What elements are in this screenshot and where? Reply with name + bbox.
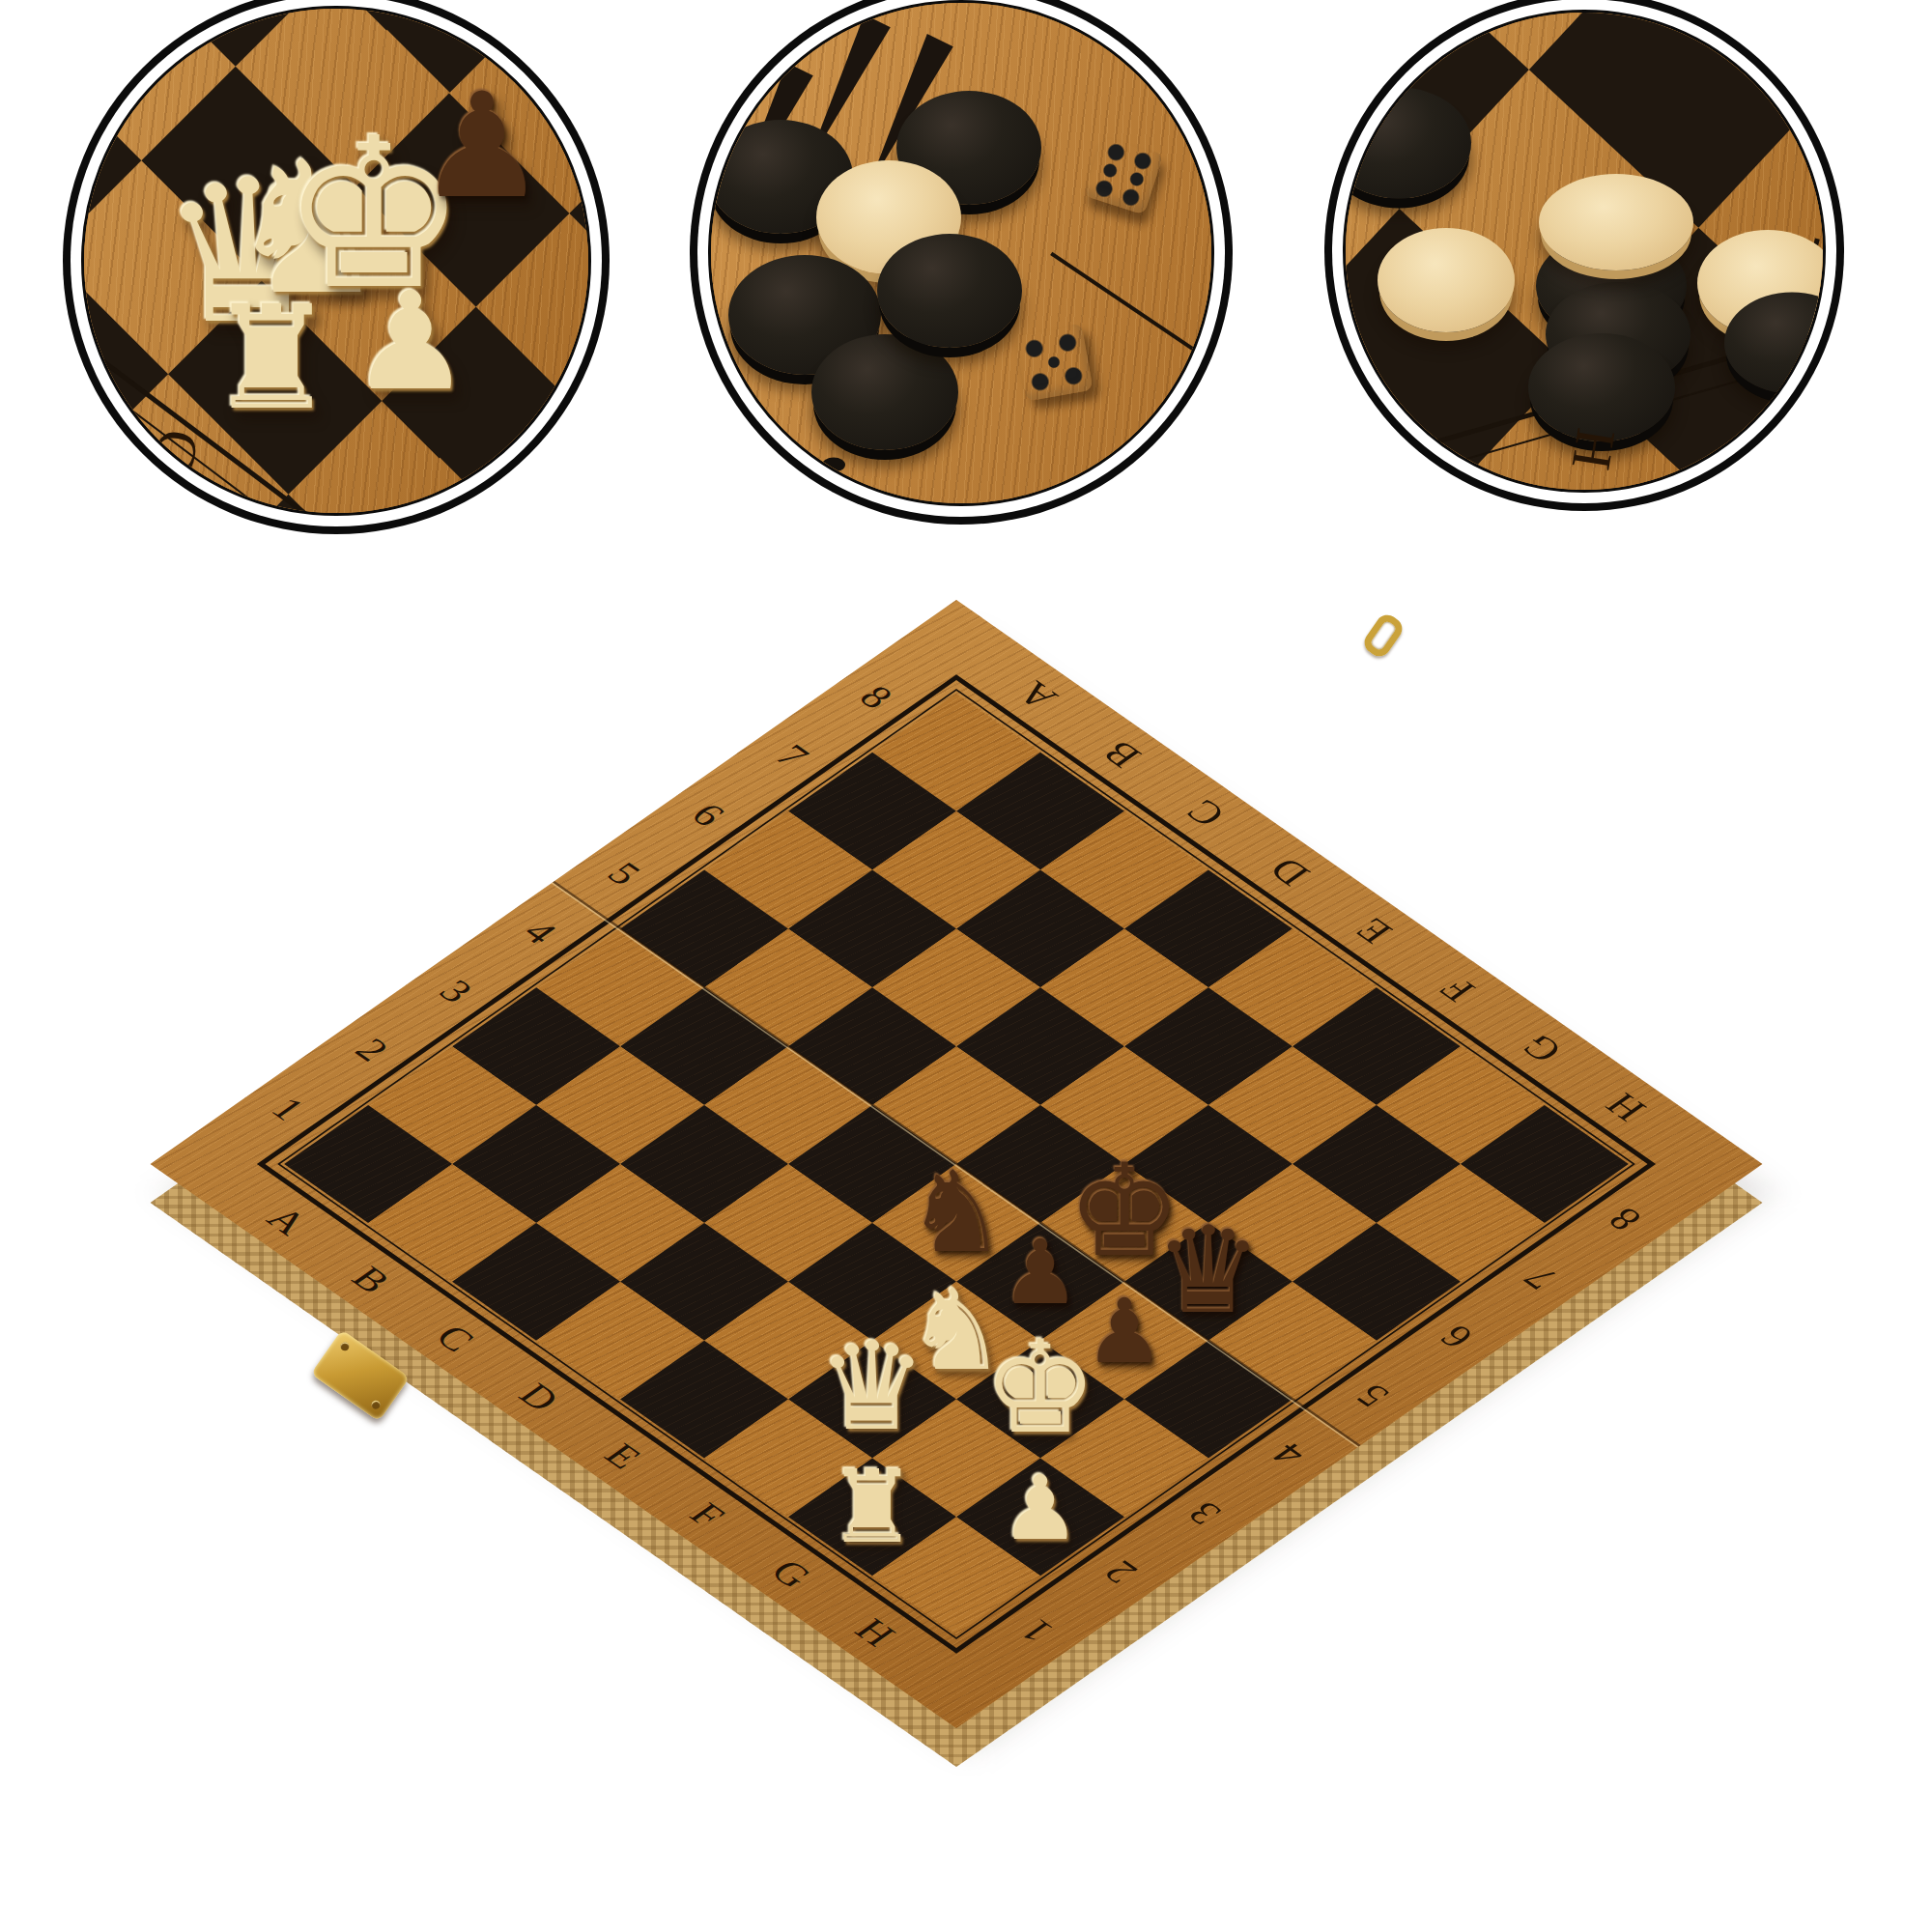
chessboard: ABCDEFGH ABCDEFGH 87654321 87654321 ♚♛♞♟… (151, 600, 1763, 1728)
inset-checkers-closeup: H (1343, 10, 1826, 493)
checker-disc-black (1343, 88, 1471, 199)
board-grid: ♚♛♞♟♟♞♚♛♟♜ (284, 694, 1629, 1634)
dark-chess-piece-closeup: ♟ (417, 73, 547, 218)
latch-hole (822, 458, 845, 472)
dark-pawn-f4: ♟ (1001, 1229, 1080, 1318)
checker-disc-cream (1539, 174, 1693, 270)
clasp-screw (339, 1341, 352, 1353)
checker-disc-cream (1378, 228, 1515, 332)
dark-queen-g5: ♛ (1154, 1209, 1262, 1329)
white-king-g3: ♚ (983, 1322, 1097, 1450)
brass-latch-loop (1360, 611, 1406, 661)
die-showing-5 (1014, 323, 1093, 401)
checker-disc-black (1528, 333, 1675, 441)
inset-chess-closeup: ♛♞♚♜♟♟ G (81, 6, 591, 516)
edge-letter-g: G (140, 425, 213, 477)
clasp-screw (370, 1399, 383, 1411)
cream-chess-piece-closeup: ♜ (208, 287, 336, 430)
die-showing-6 (1083, 134, 1163, 214)
white-pawn-h2: ♟ (1001, 1463, 1080, 1552)
white-rook-g1: ♜ (827, 1457, 917, 1557)
dark-knight-e4: ♞ (906, 1155, 1007, 1267)
inset-backgammon-closeup (708, 0, 1214, 506)
cream-chess-piece-closeup: ♟ (350, 274, 471, 410)
white-queen-f2: ♛ (818, 1326, 927, 1448)
